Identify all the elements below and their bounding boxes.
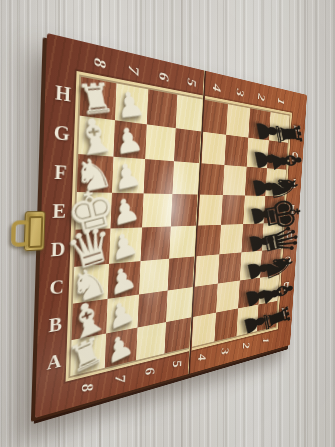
photo-stage: 87654321 87654321 HGFEDCBA HGFEDCBA ♜♝♞♚… bbox=[0, 0, 335, 447]
white-pawn-f7[interactable]: ♟ bbox=[106, 155, 147, 197]
brass-clasp-icon bbox=[24, 211, 46, 251]
white-pawn-h7[interactable]: ♟ bbox=[109, 85, 150, 125]
chess-board: 87654321 87654321 HGFEDCBA HGFEDCBA ♜♝♞♚… bbox=[35, 33, 307, 418]
pieces-layer: ♜♝♞♚♛♞♝♜♟♟♟♟♟♟♟♟♟♟♟♟♟♟♟♟♜♝♞♚♛♞♝♜ bbox=[70, 77, 289, 376]
white-pawn-g7[interactable]: ♟ bbox=[108, 120, 149, 161]
